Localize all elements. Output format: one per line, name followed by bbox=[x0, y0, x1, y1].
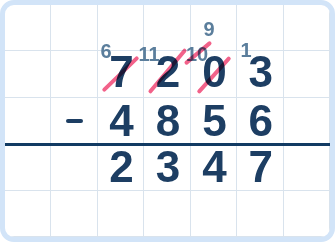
difference-digit-hundreds: 3 bbox=[156, 145, 179, 189]
difference-cell-thousands: 2 bbox=[98, 144, 144, 190]
regroup-mark-thousands: 6 bbox=[100, 41, 111, 61]
operator-cell: − bbox=[51, 98, 97, 144]
subtrahend-digit-tens: 5 bbox=[202, 99, 225, 143]
regroup-mark-hundreds: 11 bbox=[138, 44, 159, 64]
subtrahend-cell-thousands: 4 bbox=[98, 98, 144, 144]
difference-cell-ones: 7 bbox=[237, 144, 283, 190]
difference-digit-thousands: 2 bbox=[109, 145, 132, 189]
subtraction-worksheet-card: 7 2 0 3 − 4 8 5 6 2 3 bbox=[0, 0, 335, 242]
difference-cell-tens: 4 bbox=[191, 144, 237, 190]
subtrahend-cell-ones: 6 bbox=[237, 98, 283, 144]
minus-sign: − bbox=[66, 119, 83, 123]
difference-digit-tens: 4 bbox=[202, 145, 225, 189]
regroup-mark-tens-final: 9 bbox=[203, 19, 214, 39]
subtrahend-digit-ones: 6 bbox=[249, 99, 272, 143]
answer-line bbox=[5, 143, 330, 146]
subtrahend-digit-hundreds: 8 bbox=[156, 99, 179, 143]
difference-digit-ones: 7 bbox=[249, 145, 272, 189]
digit-grid: 7 2 0 3 − 4 8 5 6 2 3 bbox=[5, 5, 330, 237]
regroup-mark-ones: 1 bbox=[240, 40, 251, 60]
subtrahend-digit-thousands: 4 bbox=[109, 99, 132, 143]
subtrahend-cell-tens: 5 bbox=[191, 98, 237, 144]
minuend-digit-ones: 3 bbox=[249, 50, 272, 94]
subtrahend-cell-hundreds: 8 bbox=[144, 98, 190, 144]
difference-cell-hundreds: 3 bbox=[144, 144, 190, 190]
